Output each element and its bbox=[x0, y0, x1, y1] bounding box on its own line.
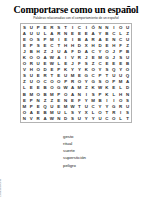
grid-cell-r16c3: R bbox=[35, 115, 42, 121]
word-search-grid: SUPERSTICIÓNNIOUAUULARNEEEAYBCLZEOSPMIEI… bbox=[20, 23, 132, 123]
word-item-3: suerte bbox=[63, 147, 152, 154]
watermark-text: Educima.com bbox=[0, 179, 2, 197]
word-item-1: gesto bbox=[63, 133, 152, 140]
grid-cell-r16c8: S bbox=[69, 115, 76, 121]
word-list: gestoritualsuertesupersticiónpeligro bbox=[63, 133, 152, 169]
puzzle-subtitle: Palabras relacionadas con el comportamie… bbox=[0, 16, 152, 20]
grid-cell-r16c14: O bbox=[110, 115, 117, 121]
word-item-5: peligro bbox=[63, 162, 152, 169]
grid-cell-r16c15: L bbox=[117, 115, 124, 121]
grid-cell-r16c6: N bbox=[55, 115, 62, 121]
grid-cell-r16c5: W bbox=[49, 115, 56, 121]
grid-cell-r16c13: C bbox=[104, 115, 111, 121]
grid-cell-r16c2: V bbox=[28, 115, 35, 121]
grid-cell-r16c9: U bbox=[76, 115, 83, 121]
grid-cell-r16c1: N bbox=[21, 115, 28, 121]
grid-cell-r16c7: D bbox=[62, 115, 69, 121]
grid-cell-r16c12: U bbox=[97, 115, 104, 121]
worksheet: Comportarse como un español Palabras rel… bbox=[0, 4, 152, 169]
word-item-2: ritual bbox=[63, 140, 152, 147]
grid-cell-r16c4: A bbox=[42, 115, 49, 121]
grid-cell-r16c11: Y bbox=[90, 115, 97, 121]
grid-cell-r16c10: Y bbox=[83, 115, 90, 121]
puzzle-title: Comportarse como un español bbox=[0, 4, 152, 15]
grid-cell-r16c16: T bbox=[124, 115, 131, 121]
word-item-4: superstición bbox=[63, 154, 152, 161]
